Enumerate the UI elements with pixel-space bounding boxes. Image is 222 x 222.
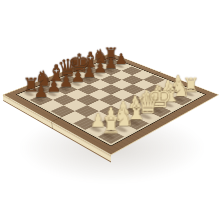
piece-black-pawn: ♟ xyxy=(27,84,56,100)
scene: ♜♟♞♟♝♟♚♟♛♟♝♟♟♞♜♟♟♜♞♟♟♝♟♚♟♛♟♝♟♞♟♜ xyxy=(0,0,222,222)
chess-set-photo: ♜♟♞♟♝♟♚♟♛♟♝♟♟♞♜♟♟♜♞♟♟♝♟♚♟♛♟♝♟♞♟♜ xyxy=(0,0,222,222)
chess-board: ♜♟♞♟♝♟♚♟♛♟♝♟♟♞♜♟♟♜♞♟♟♝♟♚♟♛♟♝♟♞♟♜ xyxy=(4,58,219,162)
piece-white-rook: ♜ xyxy=(95,115,128,137)
board-top-face: ♜♟♞♟♝♟♚♟♛♟♝♟♟♞♜♟♟♜♞♟♟♝♟♚♟♛♟♝♟♞♟♜ xyxy=(3,53,219,155)
